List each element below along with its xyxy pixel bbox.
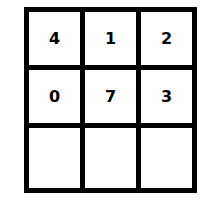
grid-cell-r2c3[interactable]: 3 [141, 70, 192, 123]
grid-cell-r3c2[interactable] [85, 128, 136, 188]
grid-cell-r3c3[interactable] [141, 128, 192, 188]
grid-cell-r2c2[interactable]: 7 [85, 70, 136, 123]
grid-cell-r3c1[interactable] [29, 128, 80, 188]
grid-cell-r1c3[interactable]: 2 [141, 12, 192, 65]
number-grid-board: 412073 [24, 7, 197, 193]
grid-cell-r1c2[interactable]: 1 [85, 12, 136, 65]
grid-cell-r1c1[interactable]: 4 [29, 12, 80, 65]
grid-cell-r2c1[interactable]: 0 [29, 70, 80, 123]
puzzle-stage: 412073 [0, 0, 214, 209]
